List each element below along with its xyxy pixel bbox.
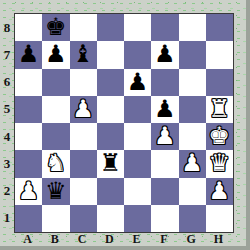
square-a8[interactable] xyxy=(15,14,42,41)
square-b5[interactable] xyxy=(42,96,69,123)
square-c6[interactable] xyxy=(70,69,97,96)
square-a4[interactable] xyxy=(15,123,42,150)
rank-label-1: 1 xyxy=(0,205,14,232)
square-b1[interactable] xyxy=(42,205,69,232)
white-rook-piece[interactable]: ♜ xyxy=(209,96,231,123)
black-rook-piece[interactable]: ♜ xyxy=(100,150,122,177)
square-g2[interactable] xyxy=(179,178,206,205)
black-pawn-piece[interactable]: ♟ xyxy=(45,41,67,68)
square-f4[interactable]: ♟ xyxy=(151,123,178,150)
square-h3[interactable]: ♛ xyxy=(206,150,233,177)
square-c3[interactable] xyxy=(70,150,97,177)
square-a7[interactable]: ♟ xyxy=(15,41,42,68)
square-d8[interactable] xyxy=(97,14,124,41)
file-label-a: A xyxy=(14,233,41,247)
square-c1[interactable] xyxy=(70,205,97,232)
square-f2[interactable] xyxy=(151,178,178,205)
chess-board-window: 87654321 ♚♟♟♝♟♟♟♟♜♟♚♞♜♟♛♟♛♟ ABCDEFGH xyxy=(0,0,250,250)
file-label-g: G xyxy=(178,233,205,247)
rank-labels: 87654321 xyxy=(0,14,14,232)
rank-label-8: 8 xyxy=(0,14,14,41)
black-pawn-piece[interactable]: ♟ xyxy=(154,41,176,68)
square-d3[interactable]: ♜ xyxy=(97,150,124,177)
white-queen-piece[interactable]: ♛ xyxy=(209,150,231,177)
square-d7[interactable] xyxy=(97,41,124,68)
square-e5[interactable] xyxy=(124,96,151,123)
square-e3[interactable] xyxy=(124,150,151,177)
square-d5[interactable] xyxy=(97,96,124,123)
square-b2[interactable]: ♛ xyxy=(42,178,69,205)
square-d1[interactable] xyxy=(97,205,124,232)
rank-label-6: 6 xyxy=(0,69,14,96)
square-g5[interactable] xyxy=(179,96,206,123)
black-bishop-piece[interactable]: ♝ xyxy=(72,41,94,68)
square-h1[interactable] xyxy=(206,205,233,232)
square-g7[interactable] xyxy=(179,41,206,68)
square-d6[interactable] xyxy=(97,69,124,96)
white-pawn-piece[interactable]: ♟ xyxy=(154,123,176,150)
square-a3[interactable] xyxy=(15,150,42,177)
white-pawn-piece[interactable]: ♟ xyxy=(18,178,40,205)
square-b6[interactable] xyxy=(42,69,69,96)
square-b3[interactable]: ♞ xyxy=(42,150,69,177)
square-h8[interactable] xyxy=(206,14,233,41)
square-f3[interactable] xyxy=(151,150,178,177)
black-pawn-piece[interactable]: ♟ xyxy=(127,69,149,96)
square-g6[interactable] xyxy=(179,69,206,96)
square-a6[interactable] xyxy=(15,69,42,96)
black-queen-piece[interactable]: ♛ xyxy=(45,178,67,205)
square-e8[interactable] xyxy=(124,14,151,41)
white-pawn-piece[interactable]: ♟ xyxy=(72,96,94,123)
square-b4[interactable] xyxy=(42,123,69,150)
square-c5[interactable]: ♟ xyxy=(70,96,97,123)
rank-label-4: 4 xyxy=(0,123,14,150)
file-label-f: F xyxy=(150,233,177,247)
square-e2[interactable] xyxy=(124,178,151,205)
file-label-b: B xyxy=(41,233,68,247)
square-g8[interactable] xyxy=(179,14,206,41)
file-label-d: D xyxy=(96,233,123,247)
square-d2[interactable] xyxy=(97,178,124,205)
square-e6[interactable]: ♟ xyxy=(124,69,151,96)
square-b7[interactable]: ♟ xyxy=(42,41,69,68)
square-e7[interactable] xyxy=(124,41,151,68)
black-pawn-piece[interactable]: ♟ xyxy=(18,41,40,68)
square-f1[interactable] xyxy=(151,205,178,232)
square-g3[interactable]: ♟ xyxy=(179,150,206,177)
rank-label-5: 5 xyxy=(0,96,14,123)
square-h4[interactable]: ♚ xyxy=(206,123,233,150)
rank-label-2: 2 xyxy=(0,178,14,205)
square-c2[interactable] xyxy=(70,178,97,205)
white-pawn-piece[interactable]: ♟ xyxy=(209,178,231,205)
file-label-h: H xyxy=(205,233,232,247)
square-h2[interactable]: ♟ xyxy=(206,178,233,205)
white-pawn-piece[interactable]: ♟ xyxy=(181,150,203,177)
square-h6[interactable] xyxy=(206,69,233,96)
square-f5[interactable]: ♟ xyxy=(151,96,178,123)
square-h7[interactable] xyxy=(206,41,233,68)
rank-label-3: 3 xyxy=(0,150,14,177)
chess-board[interactable]: ♚♟♟♝♟♟♟♟♜♟♚♞♜♟♛♟♛♟ xyxy=(14,13,234,233)
file-labels: ABCDEFGH xyxy=(14,233,234,247)
square-f6[interactable] xyxy=(151,69,178,96)
square-b8[interactable]: ♚ xyxy=(42,14,69,41)
square-c4[interactable] xyxy=(70,123,97,150)
square-e4[interactable] xyxy=(124,123,151,150)
square-c8[interactable] xyxy=(70,14,97,41)
square-c7[interactable]: ♝ xyxy=(70,41,97,68)
square-g4[interactable] xyxy=(179,123,206,150)
square-f7[interactable]: ♟ xyxy=(151,41,178,68)
square-f8[interactable] xyxy=(151,14,178,41)
black-pawn-piece[interactable]: ♟ xyxy=(154,96,176,123)
white-knight-piece[interactable]: ♞ xyxy=(45,150,67,177)
square-e1[interactable] xyxy=(124,205,151,232)
square-d4[interactable] xyxy=(97,123,124,150)
black-king-piece[interactable]: ♚ xyxy=(45,14,67,41)
square-a2[interactable]: ♟ xyxy=(15,178,42,205)
white-king-piece[interactable]: ♚ xyxy=(209,123,231,150)
square-g1[interactable] xyxy=(179,205,206,232)
rank-label-7: 7 xyxy=(0,41,14,68)
square-h5[interactable]: ♜ xyxy=(206,96,233,123)
square-a5[interactable] xyxy=(15,96,42,123)
square-a1[interactable] xyxy=(15,205,42,232)
file-label-e: E xyxy=(123,233,150,247)
file-label-c: C xyxy=(69,233,96,247)
